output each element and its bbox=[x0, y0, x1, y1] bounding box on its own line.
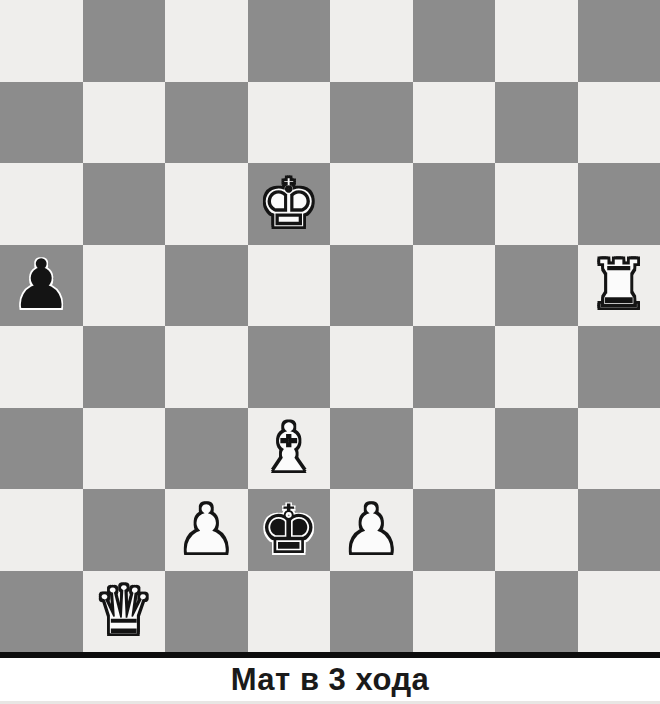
square-e6[interactable] bbox=[330, 163, 413, 245]
square-c6[interactable] bbox=[165, 163, 248, 245]
square-g5[interactable] bbox=[495, 245, 578, 327]
square-g7[interactable] bbox=[495, 82, 578, 164]
square-g4[interactable] bbox=[495, 326, 578, 408]
square-d7[interactable] bbox=[248, 82, 331, 164]
square-f6[interactable] bbox=[413, 163, 496, 245]
square-d6[interactable]: ♚ bbox=[248, 163, 331, 245]
square-e5[interactable] bbox=[330, 245, 413, 327]
square-d5[interactable] bbox=[248, 245, 331, 327]
mate-in-3-caption: Мат в 3 хода bbox=[231, 662, 430, 698]
square-d8[interactable] bbox=[248, 0, 331, 82]
square-b3[interactable] bbox=[83, 408, 166, 490]
square-f8[interactable] bbox=[413, 0, 496, 82]
white-rook-icon: ♜ bbox=[578, 245, 660, 327]
square-e7[interactable] bbox=[330, 82, 413, 164]
square-h7[interactable] bbox=[578, 82, 660, 164]
square-a6[interactable] bbox=[0, 163, 83, 245]
square-f3[interactable] bbox=[413, 408, 496, 490]
square-c8[interactable] bbox=[165, 0, 248, 82]
square-f4[interactable] bbox=[413, 326, 496, 408]
caption-bar: Мат в 3 хода bbox=[0, 658, 660, 704]
square-g6[interactable] bbox=[495, 163, 578, 245]
square-c2[interactable]: ♟ bbox=[165, 489, 248, 571]
square-a7[interactable] bbox=[0, 82, 83, 164]
square-f1[interactable] bbox=[413, 571, 496, 653]
square-a5[interactable]: ♟ bbox=[0, 245, 83, 327]
square-h1[interactable] bbox=[578, 571, 660, 653]
square-c3[interactable] bbox=[165, 408, 248, 490]
square-b5[interactable] bbox=[83, 245, 166, 327]
square-b8[interactable] bbox=[83, 0, 166, 82]
white-bishop-icon: ♝ bbox=[248, 408, 331, 490]
square-a3[interactable] bbox=[0, 408, 83, 490]
chess-puzzle-diagram: ♚♟♜♝♟♚♟♛ Мат в 3 хода bbox=[0, 0, 660, 704]
square-f2[interactable] bbox=[413, 489, 496, 571]
square-d3[interactable]: ♝ bbox=[248, 408, 331, 490]
square-h2[interactable] bbox=[578, 489, 660, 571]
square-f5[interactable] bbox=[413, 245, 496, 327]
square-g8[interactable] bbox=[495, 0, 578, 82]
square-h3[interactable] bbox=[578, 408, 660, 490]
square-a2[interactable] bbox=[0, 489, 83, 571]
square-d4[interactable] bbox=[248, 326, 331, 408]
square-c7[interactable] bbox=[165, 82, 248, 164]
square-f7[interactable] bbox=[413, 82, 496, 164]
square-g1[interactable] bbox=[495, 571, 578, 653]
black-pawn-icon: ♟ bbox=[0, 245, 83, 327]
white-queen-icon: ♛ bbox=[83, 571, 166, 653]
square-c4[interactable] bbox=[165, 326, 248, 408]
square-b1[interactable]: ♛ bbox=[83, 571, 166, 653]
square-h4[interactable] bbox=[578, 326, 660, 408]
square-e2[interactable]: ♟ bbox=[330, 489, 413, 571]
white-king-icon: ♚ bbox=[248, 163, 331, 245]
square-h8[interactable] bbox=[578, 0, 660, 82]
square-c1[interactable] bbox=[165, 571, 248, 653]
square-g2[interactable] bbox=[495, 489, 578, 571]
square-h5[interactable]: ♜ bbox=[578, 245, 660, 327]
square-b2[interactable] bbox=[83, 489, 166, 571]
chess-board: ♚♟♜♝♟♚♟♛ bbox=[0, 0, 660, 652]
square-e1[interactable] bbox=[330, 571, 413, 653]
square-b4[interactable] bbox=[83, 326, 166, 408]
square-d2[interactable]: ♚ bbox=[248, 489, 331, 571]
square-g3[interactable] bbox=[495, 408, 578, 490]
square-e8[interactable] bbox=[330, 0, 413, 82]
square-c5[interactable] bbox=[165, 245, 248, 327]
square-a4[interactable] bbox=[0, 326, 83, 408]
square-b6[interactable] bbox=[83, 163, 166, 245]
square-d1[interactable] bbox=[248, 571, 331, 653]
square-b7[interactable] bbox=[83, 82, 166, 164]
square-e3[interactable] bbox=[330, 408, 413, 490]
square-a8[interactable] bbox=[0, 0, 83, 82]
black-king-icon: ♚ bbox=[248, 489, 331, 571]
white-pawn-icon: ♟ bbox=[330, 489, 413, 571]
square-h6[interactable] bbox=[578, 163, 660, 245]
white-pawn-icon: ♟ bbox=[165, 489, 248, 571]
square-e4[interactable] bbox=[330, 326, 413, 408]
square-a1[interactable] bbox=[0, 571, 83, 653]
